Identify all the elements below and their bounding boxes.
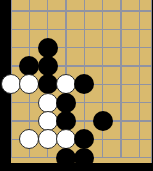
black-stone[interactable]: ● <box>74 148 94 168</box>
grid-line-horizontal <box>11 10 152 11</box>
black-stone[interactable]: ● <box>56 148 76 168</box>
grid-line-vertical <box>102 0 103 158</box>
grid-line-horizontal <box>11 102 152 103</box>
black-stone[interactable]: ● <box>38 56 58 76</box>
black-stone[interactable]: ● <box>38 38 58 58</box>
grid-line-horizontal <box>11 120 152 121</box>
grid-line-horizontal <box>11 29 152 30</box>
grid-line-horizontal <box>11 47 152 48</box>
white-stone[interactable]: ○ <box>38 111 58 131</box>
black-stone[interactable]: ● <box>56 93 76 113</box>
white-stone[interactable]: ○ <box>38 93 58 113</box>
board-right-edge-line <box>151 0 153 163</box>
grid-line-vertical <box>139 0 140 158</box>
white-stone[interactable]: ○ <box>38 129 58 149</box>
grid-line-vertical <box>120 0 121 158</box>
black-stone[interactable]: ● <box>38 74 58 94</box>
go-board-screenshot: ●●●○○●○●○●○●●○○○●●● <box>0 0 152 171</box>
black-stone[interactable]: ● <box>93 111 113 131</box>
black-stone[interactable]: ● <box>56 111 76 131</box>
